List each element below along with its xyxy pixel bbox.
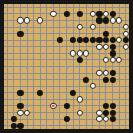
- black-stone[interactable]: [103, 37, 109, 43]
- white-stone[interactable]: [24, 17, 30, 23]
- black-stone[interactable]: [77, 57, 83, 63]
- white-stone[interactable]: [90, 24, 96, 30]
- white-stone[interactable]: [103, 11, 109, 17]
- white-stone[interactable]: [17, 17, 23, 23]
- black-stone[interactable]: [109, 109, 115, 115]
- white-stone[interactable]: [116, 17, 122, 23]
- black-stone[interactable]: [103, 77, 109, 83]
- black-stone[interactable]: [109, 44, 115, 50]
- black-stone[interactable]: [17, 31, 23, 37]
- black-stone[interactable]: [109, 50, 115, 56]
- black-stone[interactable]: [83, 77, 89, 83]
- star-point: [104, 65, 107, 68]
- black-stone[interactable]: [103, 103, 109, 109]
- black-stone[interactable]: [70, 90, 76, 96]
- white-stone[interactable]: [103, 116, 109, 122]
- white-stone[interactable]: [103, 44, 109, 50]
- white-stone[interactable]: [17, 109, 23, 115]
- white-stone[interactable]: [116, 37, 122, 43]
- white-stone[interactable]: [77, 96, 83, 102]
- white-stone[interactable]: [103, 70, 109, 76]
- go-app-window: [0, 0, 133, 133]
- black-stone[interactable]: [109, 70, 115, 76]
- white-stone[interactable]: [90, 11, 96, 17]
- white-stone[interactable]: [96, 109, 102, 115]
- white-stone[interactable]: [77, 50, 83, 56]
- white-stone[interactable]: [103, 57, 109, 63]
- white-stone[interactable]: [70, 50, 76, 56]
- black-stone[interactable]: [11, 116, 17, 122]
- white-stone-last-move[interactable]: [50, 103, 56, 109]
- black-stone[interactable]: [17, 90, 23, 96]
- black-stone[interactable]: [63, 11, 69, 17]
- star-point: [26, 26, 29, 29]
- white-stone[interactable]: [50, 11, 56, 17]
- black-stone[interactable]: [96, 37, 102, 43]
- black-stone[interactable]: [90, 37, 96, 43]
- black-stone[interactable]: [83, 37, 89, 43]
- black-stone[interactable]: [11, 123, 17, 129]
- black-stone[interactable]: [96, 17, 102, 23]
- white-stone[interactable]: [109, 17, 115, 23]
- white-stone[interactable]: [83, 50, 89, 56]
- white-stone[interactable]: [37, 17, 43, 23]
- star-point: [65, 26, 68, 29]
- white-stone[interactable]: [77, 109, 83, 115]
- black-stone[interactable]: [103, 31, 109, 37]
- white-stone[interactable]: [96, 70, 102, 76]
- black-stone[interactable]: [57, 37, 63, 43]
- white-stone[interactable]: [123, 31, 129, 37]
- white-stone[interactable]: [24, 109, 30, 115]
- black-stone[interactable]: [17, 123, 23, 129]
- star-point: [104, 26, 107, 29]
- star-point: [26, 65, 29, 68]
- go-board[interactable]: [4, 4, 129, 129]
- black-stone[interactable]: [109, 37, 115, 43]
- black-stone[interactable]: [109, 77, 115, 83]
- black-stone[interactable]: [77, 11, 83, 17]
- last-move-marker-icon: [52, 105, 54, 107]
- black-stone[interactable]: [109, 103, 115, 109]
- star-point: [65, 65, 68, 68]
- black-stone[interactable]: [96, 11, 102, 17]
- white-stone[interactable]: [90, 83, 96, 89]
- white-stone[interactable]: [96, 116, 102, 122]
- white-stone[interactable]: [123, 24, 129, 30]
- black-stone[interactable]: [63, 116, 69, 122]
- black-stone[interactable]: [109, 11, 115, 17]
- white-stone[interactable]: [123, 44, 129, 50]
- black-stone[interactable]: [70, 37, 76, 43]
- black-stone[interactable]: [109, 116, 115, 122]
- black-stone[interactable]: [63, 103, 69, 109]
- black-stone[interactable]: [17, 103, 23, 109]
- black-stone[interactable]: [77, 37, 83, 43]
- black-stone[interactable]: [37, 90, 43, 96]
- black-stone[interactable]: [123, 37, 129, 43]
- star-point: [26, 104, 29, 107]
- black-stone[interactable]: [103, 109, 109, 115]
- white-stone[interactable]: [77, 24, 83, 30]
- white-stone[interactable]: [96, 44, 102, 50]
- white-stone[interactable]: [109, 57, 115, 63]
- black-stone[interactable]: [103, 17, 109, 23]
- white-stone[interactable]: [116, 57, 122, 63]
